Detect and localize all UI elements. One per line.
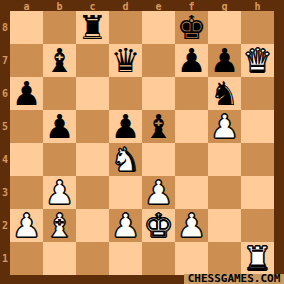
square-a2[interactable]: ♟ (10, 209, 43, 242)
white-queen: ♛ (243, 44, 273, 77)
square-g8[interactable] (208, 11, 241, 44)
square-a4[interactable] (10, 143, 43, 176)
square-f2[interactable]: ♟ (175, 209, 208, 242)
square-f5[interactable] (175, 110, 208, 143)
black-rook: ♜ (78, 11, 108, 44)
black-pawn: ♟ (210, 44, 240, 77)
square-g2[interactable] (208, 209, 241, 242)
square-c4[interactable] (76, 143, 109, 176)
square-h2[interactable] (241, 209, 274, 242)
square-a1[interactable] (10, 242, 43, 275)
square-d4[interactable]: ♞ (109, 143, 142, 176)
black-pawn: ♟ (111, 110, 141, 143)
square-c2[interactable] (76, 209, 109, 242)
white-knight: ♞ (111, 143, 141, 176)
square-e7[interactable] (142, 44, 175, 77)
file-labels: abcdefgh (10, 0, 274, 11)
square-a7[interactable] (10, 44, 43, 77)
square-c5[interactable] (76, 110, 109, 143)
square-b1[interactable] (43, 242, 76, 275)
square-b8[interactable] (43, 11, 76, 44)
square-b7[interactable]: ♝ (43, 44, 76, 77)
square-a8[interactable] (10, 11, 43, 44)
square-g7[interactable]: ♟ (208, 44, 241, 77)
rank-label-7: 7 (0, 44, 10, 77)
square-e6[interactable] (142, 77, 175, 110)
black-bishop: ♝ (45, 44, 75, 77)
square-b2[interactable]: ♝ (43, 209, 76, 242)
black-knight: ♞ (210, 77, 240, 110)
black-bishop: ♝ (144, 110, 174, 143)
square-h5[interactable] (241, 110, 274, 143)
square-b6[interactable] (43, 77, 76, 110)
rank-labels: 87654321 (0, 11, 10, 275)
square-g4[interactable] (208, 143, 241, 176)
square-a3[interactable] (10, 176, 43, 209)
square-e8[interactable] (142, 11, 175, 44)
square-e3[interactable]: ♟ (142, 176, 175, 209)
square-h8[interactable] (241, 11, 274, 44)
square-d6[interactable] (109, 77, 142, 110)
square-c3[interactable] (76, 176, 109, 209)
white-king: ♚ (144, 209, 174, 242)
square-g5[interactable]: ♟ (208, 110, 241, 143)
square-a5[interactable] (10, 110, 43, 143)
square-b5[interactable]: ♟ (43, 110, 76, 143)
square-h6[interactable] (241, 77, 274, 110)
square-b3[interactable]: ♟ (43, 176, 76, 209)
white-bishop: ♝ (45, 209, 75, 242)
square-c7[interactable] (76, 44, 109, 77)
watermark-text: CHESSGAMES.COM (188, 274, 281, 284)
square-c8[interactable]: ♜ (76, 11, 109, 44)
square-f3[interactable] (175, 176, 208, 209)
square-g6[interactable]: ♞ (208, 77, 241, 110)
square-c1[interactable] (76, 242, 109, 275)
white-pawn: ♟ (111, 209, 141, 242)
square-e2[interactable]: ♚ (142, 209, 175, 242)
rank-label-8: 8 (0, 11, 10, 44)
square-h7[interactable]: ♛ (241, 44, 274, 77)
square-h3[interactable] (241, 176, 274, 209)
square-e4[interactable] (142, 143, 175, 176)
square-d8[interactable] (109, 11, 142, 44)
square-g3[interactable] (208, 176, 241, 209)
square-f8[interactable]: ♚ (175, 11, 208, 44)
square-f7[interactable]: ♟ (175, 44, 208, 77)
square-d7[interactable]: ♛ (109, 44, 142, 77)
chess-board-frame: abcdefgh 87654321 ♜♚♝♛♟♟♛♟♞♟♟♝♟♞♟♟♟♝♟♚♟♜… (0, 0, 284, 284)
chessgames-watermark: CHESSGAMES.COM (184, 274, 284, 284)
square-e1[interactable] (142, 242, 175, 275)
white-pawn: ♟ (144, 176, 174, 209)
square-h4[interactable] (241, 143, 274, 176)
rank-label-3: 3 (0, 176, 10, 209)
rank-label-6: 6 (0, 77, 10, 110)
black-pawn: ♟ (12, 77, 42, 110)
square-f6[interactable] (175, 77, 208, 110)
rank-label-4: 4 (0, 143, 10, 176)
square-b4[interactable] (43, 143, 76, 176)
white-rook: ♜ (243, 242, 273, 275)
square-d5[interactable]: ♟ (109, 110, 142, 143)
chess-board: ♜♚♝♛♟♟♛♟♞♟♟♝♟♞♟♟♟♝♟♚♟♜ (10, 11, 274, 275)
white-pawn: ♟ (210, 110, 240, 143)
white-pawn: ♟ (177, 209, 207, 242)
square-d2[interactable]: ♟ (109, 209, 142, 242)
white-pawn: ♟ (12, 209, 42, 242)
square-d1[interactable] (109, 242, 142, 275)
square-c6[interactable] (76, 77, 109, 110)
square-h1[interactable]: ♜ (241, 242, 274, 275)
black-pawn: ♟ (177, 44, 207, 77)
square-f1[interactable] (175, 242, 208, 275)
rank-label-2: 2 (0, 209, 10, 242)
black-king: ♚ (177, 11, 207, 44)
square-d3[interactable] (109, 176, 142, 209)
black-pawn: ♟ (45, 110, 75, 143)
square-g1[interactable] (208, 242, 241, 275)
square-a6[interactable]: ♟ (10, 77, 43, 110)
square-f4[interactable] (175, 143, 208, 176)
black-queen: ♛ (111, 44, 141, 77)
white-pawn: ♟ (45, 176, 75, 209)
square-e5[interactable]: ♝ (142, 110, 175, 143)
rank-label-5: 5 (0, 110, 10, 143)
rank-label-1: 1 (0, 242, 10, 275)
